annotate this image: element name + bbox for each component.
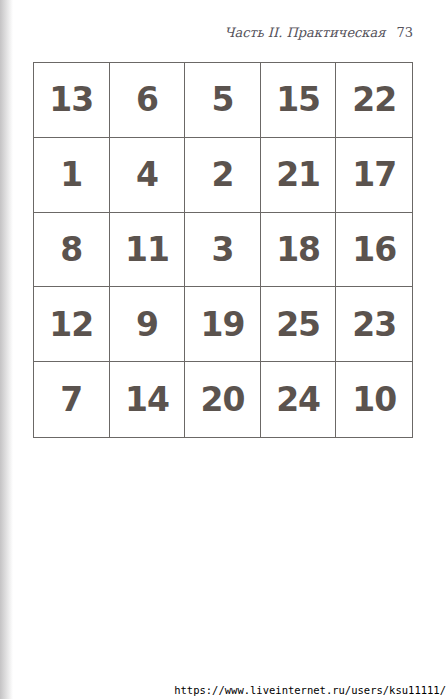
grid-cell-r5c3: 20 bbox=[185, 362, 261, 437]
grid-cell-r1c4: 15 bbox=[261, 63, 337, 138]
grid-cell-r3c3: 3 bbox=[185, 213, 261, 288]
page-header: Часть II. Практическая73 bbox=[224, 25, 413, 40]
book-page: Часть II. Практическая73 136515221422117… bbox=[0, 0, 447, 699]
grid-cell-r4c2: 9 bbox=[110, 287, 186, 362]
grid-cell-r1c1: 13 bbox=[34, 63, 110, 138]
watermark-url: https://www.liveinternet.ru/users/ksu111… bbox=[174, 684, 446, 696]
grid-cell-r2c3: 2 bbox=[185, 138, 261, 213]
grid-cell-r5c5: 10 bbox=[336, 362, 412, 437]
grid-cell-r2c1: 1 bbox=[34, 138, 110, 213]
schulte-table-grid: 1365152214221178113181612919252371420241… bbox=[33, 62, 413, 438]
grid-cell-r3c1: 8 bbox=[34, 213, 110, 288]
grid-cell-r3c4: 18 bbox=[261, 213, 337, 288]
grid-cell-r3c5: 16 bbox=[336, 213, 412, 288]
grid-cell-r5c2: 14 bbox=[110, 362, 186, 437]
grid-cell-r1c3: 5 bbox=[185, 63, 261, 138]
grid-cell-r2c4: 21 bbox=[261, 138, 337, 213]
grid-cell-r1c2: 6 bbox=[110, 63, 186, 138]
grid-cell-r2c5: 17 bbox=[336, 138, 412, 213]
grid-cell-r2c2: 4 bbox=[110, 138, 186, 213]
grid-cell-r5c4: 24 bbox=[261, 362, 337, 437]
scan-edge-shadow bbox=[0, 0, 13, 699]
page-number: 73 bbox=[396, 25, 413, 40]
grid-cell-r1c5: 22 bbox=[336, 63, 412, 138]
grid-cell-r3c2: 11 bbox=[110, 213, 186, 288]
grid-cell-r4c5: 23 bbox=[336, 287, 412, 362]
grid-cell-r5c1: 7 bbox=[34, 362, 110, 437]
grid-cell-r4c3: 19 bbox=[185, 287, 261, 362]
grid-cell-r4c4: 25 bbox=[261, 287, 337, 362]
chapter-title: Часть II. Практическая bbox=[224, 25, 385, 40]
grid-cell-r4c1: 12 bbox=[34, 287, 110, 362]
